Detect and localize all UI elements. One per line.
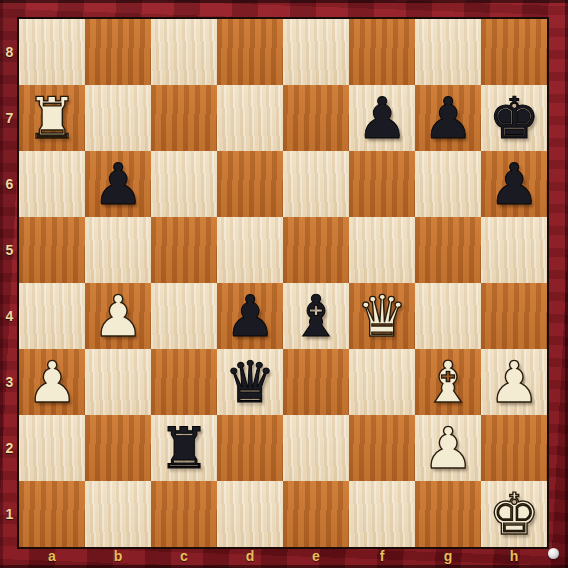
square-f5[interactable]	[349, 217, 415, 283]
square-f6[interactable]	[349, 151, 415, 217]
black-queen-piece[interactable]: ♛	[224, 349, 275, 415]
square-h1[interactable]: ♚	[481, 481, 547, 547]
black-rook-piece[interactable]: ♜	[158, 415, 209, 481]
rank-label-4: 4	[0, 283, 19, 349]
square-c8[interactable]	[151, 19, 217, 85]
square-h7[interactable]: ♚	[481, 85, 547, 151]
square-f2[interactable]	[349, 415, 415, 481]
square-a5[interactable]	[19, 217, 85, 283]
white-queen-piece[interactable]: ♛	[356, 283, 407, 349]
rank-label-7: 7	[0, 85, 19, 151]
square-c7[interactable]	[151, 85, 217, 151]
square-c5[interactable]	[151, 217, 217, 283]
file-label-c: c	[151, 547, 217, 568]
square-g3[interactable]: ♝	[415, 349, 481, 415]
square-g6[interactable]	[415, 151, 481, 217]
square-b7[interactable]	[85, 85, 151, 151]
white-pawn-piece[interactable]: ♟	[26, 349, 77, 415]
square-d2[interactable]	[217, 415, 283, 481]
white-bishop-piece[interactable]: ♝	[422, 349, 473, 415]
square-b5[interactable]	[85, 217, 151, 283]
rank-labels: 87654321	[0, 19, 19, 547]
square-a4[interactable]	[19, 283, 85, 349]
square-d8[interactable]	[217, 19, 283, 85]
square-c3[interactable]	[151, 349, 217, 415]
black-pawn-piece[interactable]: ♟	[488, 151, 539, 217]
file-label-h: h	[481, 547, 547, 568]
square-d1[interactable]	[217, 481, 283, 547]
black-pawn-piece[interactable]: ♟	[356, 85, 407, 151]
square-b4[interactable]: ♟	[85, 283, 151, 349]
square-e3[interactable]	[283, 349, 349, 415]
square-g7[interactable]: ♟	[415, 85, 481, 151]
square-h8[interactable]	[481, 19, 547, 85]
square-e2[interactable]	[283, 415, 349, 481]
square-a3[interactable]: ♟	[19, 349, 85, 415]
square-e1[interactable]	[283, 481, 349, 547]
white-pawn-piece[interactable]: ♟	[488, 349, 539, 415]
file-label-g: g	[415, 547, 481, 568]
white-rook-piece[interactable]: ♜	[26, 85, 77, 151]
square-h2[interactable]	[481, 415, 547, 481]
side-to-move-indicator	[548, 548, 559, 559]
square-d4[interactable]: ♟	[217, 283, 283, 349]
square-h6[interactable]: ♟	[481, 151, 547, 217]
square-c2[interactable]: ♜	[151, 415, 217, 481]
square-a1[interactable]	[19, 481, 85, 547]
white-king-piece[interactable]: ♚	[488, 481, 539, 547]
square-f7[interactable]: ♟	[349, 85, 415, 151]
white-pawn-piece[interactable]: ♟	[92, 283, 143, 349]
white-pawn-piece[interactable]: ♟	[422, 415, 473, 481]
black-pawn-piece[interactable]: ♟	[92, 151, 143, 217]
rank-label-2: 2	[0, 415, 19, 481]
square-c1[interactable]	[151, 481, 217, 547]
square-g1[interactable]	[415, 481, 481, 547]
square-h5[interactable]	[481, 217, 547, 283]
square-a6[interactable]	[19, 151, 85, 217]
file-label-b: b	[85, 547, 151, 568]
black-bishop-piece[interactable]: ♝	[290, 283, 341, 349]
black-pawn-piece[interactable]: ♟	[422, 85, 473, 151]
file-label-f: f	[349, 547, 415, 568]
square-h3[interactable]: ♟	[481, 349, 547, 415]
square-e6[interactable]	[283, 151, 349, 217]
file-labels: abcdefgh	[19, 547, 547, 568]
square-a8[interactable]	[19, 19, 85, 85]
black-pawn-piece[interactable]: ♟	[224, 283, 275, 349]
square-f1[interactable]	[349, 481, 415, 547]
chessboard-frame: ♜♟♟♚♟♟♟♟♝♛♟♛♝♟♜♟♚ 87654321 abcdefgh	[0, 0, 568, 568]
square-g4[interactable]	[415, 283, 481, 349]
file-label-d: d	[217, 547, 283, 568]
rank-label-1: 1	[0, 481, 19, 547]
square-d5[interactable]	[217, 217, 283, 283]
rank-label-8: 8	[0, 19, 19, 85]
square-c4[interactable]	[151, 283, 217, 349]
square-e4[interactable]: ♝	[283, 283, 349, 349]
square-a7[interactable]: ♜	[19, 85, 85, 151]
square-g5[interactable]	[415, 217, 481, 283]
file-label-a: a	[19, 547, 85, 568]
square-b6[interactable]: ♟	[85, 151, 151, 217]
chess-board: ♜♟♟♚♟♟♟♟♝♛♟♛♝♟♜♟♚	[19, 19, 547, 547]
square-b1[interactable]	[85, 481, 151, 547]
square-f3[interactable]	[349, 349, 415, 415]
file-label-e: e	[283, 547, 349, 568]
rank-label-5: 5	[0, 217, 19, 283]
square-f8[interactable]	[349, 19, 415, 85]
rank-label-6: 6	[0, 151, 19, 217]
square-b3[interactable]	[85, 349, 151, 415]
square-e5[interactable]	[283, 217, 349, 283]
square-h4[interactable]	[481, 283, 547, 349]
square-b2[interactable]	[85, 415, 151, 481]
square-d7[interactable]	[217, 85, 283, 151]
square-e7[interactable]	[283, 85, 349, 151]
square-a2[interactable]	[19, 415, 85, 481]
square-g8[interactable]	[415, 19, 481, 85]
square-d3[interactable]: ♛	[217, 349, 283, 415]
square-b8[interactable]	[85, 19, 151, 85]
square-e8[interactable]	[283, 19, 349, 85]
square-d6[interactable]	[217, 151, 283, 217]
square-g2[interactable]: ♟	[415, 415, 481, 481]
square-c6[interactable]	[151, 151, 217, 217]
black-king-piece[interactable]: ♚	[488, 85, 539, 151]
rank-label-3: 3	[0, 349, 19, 415]
square-f4[interactable]: ♛	[349, 283, 415, 349]
